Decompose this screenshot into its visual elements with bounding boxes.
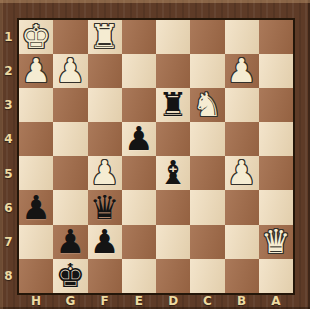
rank-label-7: 7 — [0, 225, 17, 259]
square-g7[interactable]: ♟ — [53, 225, 87, 259]
square-g3[interactable] — [53, 88, 87, 122]
file-labels: H G F E D C B A — [19, 292, 293, 309]
square-c1[interactable] — [190, 20, 224, 54]
square-c8[interactable] — [190, 259, 224, 293]
rank-label-8: 8 — [0, 259, 17, 293]
square-d1[interactable] — [156, 20, 190, 54]
square-d6[interactable] — [156, 190, 190, 224]
rank-label-1: 1 — [0, 20, 17, 54]
white-queen[interactable]: ♛ — [261, 225, 291, 259]
square-b2[interactable]: ♟ — [225, 54, 259, 88]
black-rook[interactable]: ♜ — [158, 88, 188, 122]
white-pawn[interactable]: ♟ — [227, 156, 257, 190]
square-e5[interactable] — [122, 156, 156, 190]
board-frame: 1 2 3 4 5 6 7 8 ♚♜♟♟♟♜♞♟♟♝♟♟♛♟♟♛♚ H G F … — [0, 0, 310, 309]
white-knight[interactable]: ♞ — [193, 88, 223, 122]
black-queen[interactable]: ♛ — [90, 191, 120, 225]
file-label-h: H — [19, 292, 53, 309]
black-pawn[interactable]: ♟ — [124, 122, 154, 156]
square-b5[interactable]: ♟ — [225, 156, 259, 190]
square-a1[interactable] — [259, 20, 293, 54]
square-b4[interactable] — [225, 122, 259, 156]
square-a6[interactable] — [259, 190, 293, 224]
rank-label-2: 2 — [0, 54, 17, 88]
rank-label-6: 6 — [0, 191, 17, 225]
square-e6[interactable] — [122, 190, 156, 224]
square-g5[interactable] — [53, 156, 87, 190]
square-e2[interactable] — [122, 54, 156, 88]
white-king[interactable]: ♚ — [21, 20, 51, 54]
square-d7[interactable] — [156, 225, 190, 259]
square-e7[interactable] — [122, 225, 156, 259]
square-h3[interactable] — [19, 88, 53, 122]
rank-label-3: 3 — [0, 88, 17, 122]
square-d8[interactable] — [156, 259, 190, 293]
square-e3[interactable] — [122, 88, 156, 122]
square-d2[interactable] — [156, 54, 190, 88]
square-d3[interactable]: ♜ — [156, 88, 190, 122]
black-pawn[interactable]: ♟ — [56, 225, 86, 259]
square-g6[interactable] — [53, 190, 87, 224]
file-label-e: E — [122, 292, 156, 309]
square-g4[interactable] — [53, 122, 87, 156]
square-c7[interactable] — [190, 225, 224, 259]
black-bishop[interactable]: ♝ — [158, 156, 188, 190]
square-h6[interactable]: ♟ — [19, 190, 53, 224]
square-h1[interactable]: ♚ — [19, 20, 53, 54]
square-h8[interactable] — [19, 259, 53, 293]
black-king[interactable]: ♚ — [56, 259, 86, 293]
square-d5[interactable]: ♝ — [156, 156, 190, 190]
square-g8[interactable]: ♚ — [53, 259, 87, 293]
square-f8[interactable] — [88, 259, 122, 293]
rank-label-4: 4 — [0, 122, 17, 156]
square-f5[interactable]: ♟ — [88, 156, 122, 190]
square-a7[interactable]: ♛ — [259, 225, 293, 259]
rank-label-5: 5 — [0, 157, 17, 191]
square-c5[interactable] — [190, 156, 224, 190]
square-a2[interactable] — [259, 54, 293, 88]
square-f1[interactable]: ♜ — [88, 20, 122, 54]
square-f4[interactable] — [88, 122, 122, 156]
square-c2[interactable] — [190, 54, 224, 88]
square-d4[interactable] — [156, 122, 190, 156]
square-a3[interactable] — [259, 88, 293, 122]
file-label-d: D — [156, 292, 190, 309]
square-a5[interactable] — [259, 156, 293, 190]
black-pawn[interactable]: ♟ — [90, 225, 120, 259]
white-pawn[interactable]: ♟ — [227, 54, 257, 88]
square-h7[interactable] — [19, 225, 53, 259]
square-b8[interactable] — [225, 259, 259, 293]
square-e1[interactable] — [122, 20, 156, 54]
square-f7[interactable]: ♟ — [88, 225, 122, 259]
square-c3[interactable]: ♞ — [190, 88, 224, 122]
square-h4[interactable] — [19, 122, 53, 156]
file-label-c: C — [190, 292, 224, 309]
square-b6[interactable] — [225, 190, 259, 224]
square-f6[interactable]: ♛ — [88, 190, 122, 224]
square-f3[interactable] — [88, 88, 122, 122]
rank-labels: 1 2 3 4 5 6 7 8 — [0, 20, 17, 293]
square-c4[interactable] — [190, 122, 224, 156]
square-e8[interactable] — [122, 259, 156, 293]
square-h5[interactable] — [19, 156, 53, 190]
square-a4[interactable] — [259, 122, 293, 156]
square-e4[interactable]: ♟ — [122, 122, 156, 156]
square-f2[interactable] — [88, 54, 122, 88]
square-h2[interactable]: ♟ — [19, 54, 53, 88]
square-g1[interactable] — [53, 20, 87, 54]
square-a8[interactable] — [259, 259, 293, 293]
file-label-a: A — [259, 292, 293, 309]
square-b1[interactable] — [225, 20, 259, 54]
square-g2[interactable]: ♟ — [53, 54, 87, 88]
square-b7[interactable] — [225, 225, 259, 259]
square-b3[interactable] — [225, 88, 259, 122]
file-label-b: B — [225, 292, 259, 309]
white-rook[interactable]: ♜ — [90, 20, 120, 54]
file-label-g: G — [53, 292, 87, 309]
black-pawn[interactable]: ♟ — [21, 191, 51, 225]
white-pawn[interactable]: ♟ — [56, 54, 86, 88]
white-pawn[interactable]: ♟ — [90, 156, 120, 190]
white-pawn[interactable]: ♟ — [21, 54, 51, 88]
chess-board: ♚♜♟♟♟♜♞♟♟♝♟♟♛♟♟♛♚ — [17, 18, 295, 295]
file-label-f: F — [88, 292, 122, 309]
square-c6[interactable] — [190, 190, 224, 224]
